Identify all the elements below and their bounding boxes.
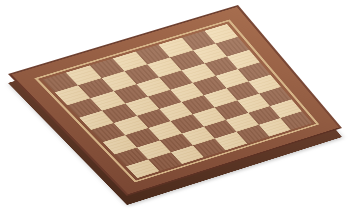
- playing-field: [43, 24, 312, 178]
- chess-grid: [43, 24, 312, 178]
- product-photo-scene: [0, 0, 350, 218]
- board-top-layer: [0, 0, 350, 218]
- chessboard: [8, 5, 342, 196]
